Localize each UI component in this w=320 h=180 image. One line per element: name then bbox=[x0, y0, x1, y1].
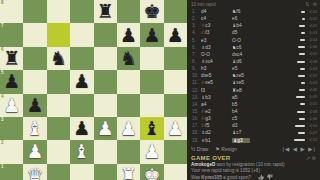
square-b5[interactable] bbox=[23, 70, 46, 93]
square-h2[interactable] bbox=[164, 140, 187, 163]
move-time-text: 0:08 bbox=[307, 60, 317, 64]
move-number: 4. bbox=[192, 30, 201, 35]
move-time-text: 0:03 bbox=[307, 81, 317, 85]
rank-label-3: 3 bbox=[1, 117, 4, 122]
move-time-bar bbox=[297, 111, 305, 113]
square-f4[interactable] bbox=[117, 94, 140, 117]
square-h8[interactable] bbox=[164, 0, 187, 23]
move-number: 6. bbox=[192, 45, 201, 50]
move-black[interactable]: ♝g3 bbox=[232, 138, 250, 143]
square-d8[interactable] bbox=[70, 0, 93, 23]
black-pawn: ♟ bbox=[117, 23, 140, 46]
move-black[interactable]: ♞c6 bbox=[232, 45, 263, 50]
square-d5[interactable]: ♟ bbox=[70, 70, 93, 93]
move-time-bar bbox=[298, 75, 305, 77]
rank-label-5: 5 bbox=[1, 70, 4, 75]
move-time-text: 0:07 bbox=[307, 74, 317, 78]
move-time-bar bbox=[300, 39, 305, 41]
square-b6[interactable] bbox=[23, 47, 46, 70]
move-white[interactable]: e3 bbox=[201, 38, 232, 43]
opponent-name: Kymo105 bbox=[201, 175, 221, 180]
square-a1[interactable]: 1 bbox=[0, 164, 23, 180]
move-time-bar bbox=[294, 139, 305, 141]
square-d1[interactable] bbox=[70, 164, 93, 180]
black-bishop: ♝ bbox=[140, 117, 163, 140]
square-g5[interactable] bbox=[140, 70, 163, 93]
rank-label-7: 7 bbox=[1, 23, 4, 28]
move-number: 16. bbox=[192, 116, 201, 121]
square-d6[interactable] bbox=[70, 47, 93, 70]
square-b8[interactable] bbox=[23, 0, 46, 23]
move-black[interactable]: b4 bbox=[232, 109, 263, 114]
rank-label-1: 1 bbox=[1, 164, 4, 169]
square-c1[interactable] bbox=[47, 164, 70, 180]
move-row: 13.♗b3a50:09 bbox=[187, 94, 320, 101]
game-type-label: 10 min rapid bbox=[191, 2, 216, 7]
move-time: 0:07 bbox=[298, 131, 317, 135]
square-g4[interactable] bbox=[140, 94, 163, 117]
move-number: 2. bbox=[192, 16, 201, 21]
square-g8[interactable]: ♚ bbox=[140, 0, 163, 23]
square-e6[interactable] bbox=[94, 47, 117, 70]
square-a6[interactable]: 6♜ bbox=[0, 47, 23, 70]
white-pawn: ♟ bbox=[164, 117, 187, 140]
square-a7[interactable]: 7 bbox=[0, 23, 23, 46]
move-number: 12. bbox=[192, 88, 201, 93]
nav-last-icon[interactable]: ▶| bbox=[308, 146, 316, 152]
flag-icon: ⚑ bbox=[215, 146, 219, 152]
move-time-text: 0:06 bbox=[307, 117, 317, 121]
move-number: 1. bbox=[192, 9, 201, 14]
move-time-text: 0:01 bbox=[307, 10, 317, 14]
thumbs-down-icon[interactable] bbox=[267, 174, 273, 180]
move-white[interactable]: dxe5 bbox=[201, 73, 232, 78]
move-time: 0:05 bbox=[299, 52, 317, 56]
square-h4[interactable] bbox=[164, 94, 187, 117]
square-e4[interactable] bbox=[94, 94, 117, 117]
move-time-bar bbox=[301, 82, 305, 84]
move-white[interactable]: ♗d2 bbox=[201, 130, 232, 135]
gear-icon[interactable]: ⚙ bbox=[313, 1, 317, 7]
move-row: 9.h3e50:04 bbox=[187, 65, 320, 72]
black-king: ♚ bbox=[140, 0, 163, 23]
square-c5[interactable] bbox=[47, 70, 70, 93]
move-row: 16.♘g3c50:06 bbox=[187, 115, 320, 122]
resign-button[interactable]: ⚑ Resign bbox=[215, 146, 237, 152]
square-e8[interactable]: ♜ bbox=[94, 0, 117, 23]
square-h6[interactable] bbox=[164, 47, 187, 70]
share-icon[interactable]: ↗ bbox=[306, 155, 310, 161]
sport-vote bbox=[255, 174, 273, 180]
move-time-bar bbox=[299, 25, 305, 27]
square-e5[interactable] bbox=[94, 70, 117, 93]
square-a8[interactable]: 8 bbox=[0, 0, 23, 23]
move-black[interactable]: d5 bbox=[232, 30, 263, 35]
square-c7[interactable] bbox=[47, 23, 70, 46]
move-time-text: 0:04 bbox=[307, 38, 317, 42]
game-over-title: GAME OVER bbox=[191, 155, 230, 161]
white-king: ♚ bbox=[140, 164, 163, 180]
move-number: 18. bbox=[192, 130, 201, 135]
move-time-text: 0:09 bbox=[307, 95, 317, 99]
move-time: 0:06 bbox=[298, 45, 317, 49]
move-number: 10. bbox=[192, 73, 201, 78]
move-time-bar bbox=[298, 132, 305, 134]
square-b4[interactable]: ♟ bbox=[23, 94, 46, 117]
move-time-text: 0:06 bbox=[307, 45, 317, 49]
black-knight: ♞ bbox=[117, 47, 140, 70]
move-row: 10.dxe5♞xe50:07 bbox=[187, 72, 320, 79]
move-time: 0:03 bbox=[301, 31, 317, 35]
black-pawn: ♟ bbox=[70, 117, 93, 140]
move-white[interactable]: h3 bbox=[201, 66, 232, 71]
draw-icon: ½ bbox=[191, 146, 195, 152]
move-time-bar bbox=[299, 118, 305, 120]
move-navigation: |◀ ◀ ▶ ▶| bbox=[283, 146, 316, 152]
move-time-text: 0:05 bbox=[307, 24, 317, 28]
square-a2[interactable]: 2 bbox=[0, 140, 23, 163]
resign-label: Resign bbox=[221, 146, 237, 152]
move-row: 12.f3♜e80:06 bbox=[187, 87, 320, 94]
rank-label-4: 4 bbox=[1, 94, 4, 99]
square-e7[interactable] bbox=[94, 23, 117, 46]
move-row: 14.a4b50:05 bbox=[187, 101, 320, 108]
black-pawn: ♟ bbox=[164, 23, 187, 46]
white-queen: ♛ bbox=[23, 164, 46, 180]
draw-label: Draw bbox=[197, 146, 209, 152]
winner-name: AmokogeD bbox=[191, 162, 215, 167]
move-number: 5. bbox=[192, 38, 201, 43]
white-pawn: ♟ bbox=[140, 140, 163, 163]
move-number: 15. bbox=[192, 109, 201, 114]
move-black[interactable]: a5 bbox=[232, 95, 263, 100]
rank-label-6: 6 bbox=[1, 47, 4, 52]
move-number: 19. bbox=[192, 138, 201, 143]
move-time-bar bbox=[302, 18, 305, 20]
move-number: 9. bbox=[192, 66, 201, 71]
move-time: 0:08 bbox=[297, 110, 317, 114]
move-time: 0:07 bbox=[298, 74, 317, 78]
move-black[interactable]: ♞xe5 bbox=[232, 73, 263, 78]
move-time-text: 0:06 bbox=[307, 88, 317, 92]
app-window: { "game": "chess", "position": { "fen": … bbox=[0, 0, 320, 180]
move-time-bar bbox=[299, 53, 305, 55]
move-row: 7.O-Odxc40:05 bbox=[187, 51, 320, 58]
move-time: 0:04 bbox=[300, 67, 317, 71]
square-e1[interactable] bbox=[94, 164, 117, 180]
square-d3[interactable]: ♟ bbox=[70, 117, 93, 140]
square-d2[interactable]: ♝ bbox=[70, 140, 93, 163]
square-e2[interactable] bbox=[94, 140, 117, 163]
square-c3[interactable] bbox=[47, 117, 70, 140]
white-pawn: ♟ bbox=[117, 117, 140, 140]
square-h7[interactable]: ♟ bbox=[164, 23, 187, 46]
move-white[interactable]: ♘f3 bbox=[201, 30, 232, 35]
move-row: 8.♗xc4♝d60:08 bbox=[187, 58, 320, 65]
move-black[interactable]: ♜e8 bbox=[232, 88, 263, 93]
move-time: 0:01 bbox=[301, 10, 317, 14]
square-a3[interactable]: 3 bbox=[0, 117, 23, 140]
white-pawn: ♟ bbox=[94, 117, 117, 140]
square-a5[interactable]: 5♟ bbox=[0, 70, 23, 93]
sport-question: Was Kymo105 a good sport? bbox=[191, 175, 251, 180]
draw-button[interactable]: ½ Draw bbox=[191, 146, 208, 152]
white-pawn: ♟ bbox=[23, 140, 46, 163]
move-white[interactable]: ♘e2 bbox=[201, 109, 232, 114]
move-time: 0:02 bbox=[302, 17, 317, 21]
game-over-icons: ↗ ⚙ bbox=[306, 155, 316, 161]
move-row: 18.♗d2♝c70:07 bbox=[187, 129, 320, 136]
game-controls: ½ Draw ⚑ Resign |◀ ◀ ▶ ▶| bbox=[187, 144, 320, 153]
move-black[interactable]: O-O bbox=[232, 38, 263, 43]
square-c8[interactable] bbox=[47, 0, 70, 23]
move-time-bar bbox=[301, 32, 305, 34]
move-time-text: 0:04 bbox=[307, 67, 317, 71]
move-list[interactable]: 1.d4♞f60:012.c4e60:023.♘c3♝b40:054.♘f3d5… bbox=[187, 7, 320, 144]
move-time: 0:06 bbox=[299, 88, 317, 92]
nav-next-icon[interactable]: ▶ bbox=[301, 146, 306, 152]
move-row: 17.♘f5d30:10 bbox=[187, 122, 320, 129]
result-text: won by resignation (10 min rapid) bbox=[215, 162, 284, 167]
move-number: 13. bbox=[192, 95, 201, 100]
square-h1[interactable] bbox=[164, 164, 187, 180]
black-pawn: ♟ bbox=[23, 94, 46, 117]
move-time: 0:04 bbox=[300, 38, 317, 42]
white-bishop: ♝ bbox=[23, 117, 46, 140]
move-time: 0:05 bbox=[299, 24, 317, 28]
move-time: 0:12 bbox=[294, 138, 317, 142]
black-knight: ♞ bbox=[47, 47, 70, 70]
move-time: 0:03 bbox=[301, 81, 317, 85]
move-row: 2.c4e60:02 bbox=[187, 15, 320, 22]
side-panel: 10 min rapid ⇅ ⚙ 1.d4♞f60:012.c4e60:023.… bbox=[187, 0, 320, 180]
square-c4[interactable] bbox=[47, 94, 70, 117]
move-time: 0:09 bbox=[296, 95, 317, 99]
move-time: 0:10 bbox=[295, 124, 317, 128]
move-row: 15.♘e2b40:08 bbox=[187, 108, 320, 115]
move-time-bar bbox=[297, 61, 305, 63]
square-b7[interactable] bbox=[23, 23, 46, 46]
move-row: 11.♘xe5♝xe50:03 bbox=[187, 79, 320, 86]
move-time-text: 0:10 bbox=[307, 124, 317, 128]
move-row: 19.♕b1♝g30:12 bbox=[187, 137, 320, 144]
panel-header: 10 min rapid ⇅ ⚙ bbox=[187, 0, 320, 7]
move-row: 4.♘f3d50:03 bbox=[187, 29, 320, 36]
black-pawn: ♟ bbox=[70, 70, 93, 93]
square-f5[interactable] bbox=[117, 70, 140, 93]
move-black[interactable]: c5 bbox=[232, 116, 263, 121]
move-row: 3.♘c3♝b40:05 bbox=[187, 22, 320, 29]
flip-board-icon[interactable]: ⇅ bbox=[305, 1, 309, 7]
square-f8[interactable] bbox=[117, 0, 140, 23]
move-time-bar bbox=[298, 46, 305, 48]
move-white[interactable]: ♕b1 bbox=[201, 138, 232, 143]
move-black[interactable]: e5 bbox=[232, 66, 263, 71]
move-white[interactable]: ♗xc4 bbox=[201, 59, 232, 64]
rank-label-8: 8 bbox=[1, 0, 4, 5]
nav-prev-icon[interactable]: ◀ bbox=[293, 146, 298, 152]
move-time-bar bbox=[301, 11, 305, 13]
square-f7[interactable]: ♟ bbox=[117, 23, 140, 46]
move-white[interactable]: ♗d3 bbox=[201, 45, 232, 50]
move-white[interactable]: d4 bbox=[201, 9, 232, 14]
square-b1[interactable]: ♛ bbox=[23, 164, 46, 180]
white-rook: ♜ bbox=[117, 164, 140, 180]
move-number: 14. bbox=[192, 102, 201, 107]
move-row: 6.♗d3♞c60:06 bbox=[187, 44, 320, 51]
move-time-text: 0:07 bbox=[307, 131, 317, 135]
move-white[interactable]: ♘c3 bbox=[201, 23, 232, 28]
square-e3[interactable]: ♟ bbox=[94, 117, 117, 140]
move-black[interactable]: e6 bbox=[232, 16, 263, 21]
move-black[interactable]: d3 bbox=[232, 123, 263, 128]
move-white[interactable]: f3 bbox=[201, 88, 232, 93]
move-white[interactable]: ♗b3 bbox=[201, 95, 232, 100]
move-black[interactable]: ♞f6 bbox=[232, 9, 263, 14]
move-time-text: 0:02 bbox=[307, 17, 317, 21]
square-b3[interactable]: ♝ bbox=[23, 117, 46, 140]
good-sport-row: Was Kymo105 a good sport? bbox=[187, 173, 320, 180]
move-black[interactable]: b5 bbox=[232, 102, 263, 107]
analysis-gear-icon[interactable]: ⚙ bbox=[312, 155, 316, 161]
white-bishop: ♝ bbox=[70, 140, 93, 163]
move-row: 5.e3O-O0:04 bbox=[187, 37, 320, 44]
move-number: 7. bbox=[192, 52, 201, 57]
black-pawn: ♟ bbox=[140, 23, 163, 46]
move-time-bar bbox=[300, 103, 305, 105]
square-f1[interactable]: ♜ bbox=[117, 164, 140, 180]
nav-first-icon[interactable]: |◀ bbox=[283, 146, 291, 152]
square-c6[interactable]: ♞ bbox=[47, 47, 70, 70]
move-time-text: 0:08 bbox=[307, 110, 317, 114]
move-number: 17. bbox=[192, 123, 201, 128]
move-number: 3. bbox=[192, 23, 201, 28]
square-b2[interactable]: ♟ bbox=[23, 140, 46, 163]
move-black[interactable]: ♝xe5 bbox=[232, 80, 263, 85]
move-black[interactable]: ♝d6 bbox=[232, 59, 263, 64]
move-time-text: 0:05 bbox=[307, 52, 317, 56]
square-a4[interactable]: 4♟ bbox=[0, 94, 23, 117]
move-white[interactable]: O-O bbox=[201, 52, 232, 57]
chess-board[interactable]: 8♜♚7♟♟♟6♜♞♞5♟♟4♟♟3♝♟♟♟♝♟2♟♝♟1♛♜♚ bbox=[0, 0, 187, 180]
move-white[interactable]: c4 bbox=[201, 16, 232, 21]
thumbs-up-icon[interactable] bbox=[258, 174, 264, 180]
game-over-header: GAME OVER ↗ ⚙ bbox=[187, 153, 320, 162]
move-time: 0:06 bbox=[299, 117, 317, 121]
square-d7[interactable] bbox=[70, 23, 93, 46]
square-g7[interactable]: ♟ bbox=[140, 23, 163, 46]
move-black[interactable]: ♝b4 bbox=[232, 23, 263, 28]
move-time: 0:08 bbox=[297, 60, 317, 64]
move-number: 11. bbox=[192, 80, 201, 85]
square-h5[interactable] bbox=[164, 70, 187, 93]
square-f3[interactable]: ♟ bbox=[117, 117, 140, 140]
move-white[interactable]: a4 bbox=[201, 102, 232, 107]
move-time-text: 0:05 bbox=[307, 102, 317, 106]
move-time-text: 0:03 bbox=[307, 31, 317, 35]
move-time-bar bbox=[295, 125, 305, 127]
square-g6[interactable] bbox=[140, 47, 163, 70]
move-white[interactable]: ♘xe5 bbox=[201, 80, 232, 85]
square-f2[interactable] bbox=[117, 140, 140, 163]
square-g2[interactable]: ♟ bbox=[140, 140, 163, 163]
move-time-bar bbox=[296, 96, 305, 98]
move-black[interactable]: ♝c7 bbox=[232, 130, 263, 135]
move-number: 8. bbox=[192, 59, 201, 64]
move-white[interactable]: ♘f5 bbox=[201, 123, 232, 128]
move-white[interactable]: ♘g3 bbox=[201, 116, 232, 121]
rank-label-2: 2 bbox=[1, 140, 4, 145]
square-f6[interactable]: ♞ bbox=[117, 47, 140, 70]
move-black[interactable]: dxc4 bbox=[232, 52, 263, 57]
square-c2[interactable] bbox=[47, 140, 70, 163]
move-time-bar bbox=[299, 89, 305, 91]
move-time-text: 0:12 bbox=[307, 138, 317, 142]
square-h3[interactable]: ♟ bbox=[164, 117, 187, 140]
black-rook: ♜ bbox=[94, 0, 117, 23]
move-time: 0:05 bbox=[300, 102, 317, 106]
square-d4[interactable] bbox=[70, 94, 93, 117]
move-row: 1.d4♞f60:01 bbox=[187, 8, 320, 15]
move-time-bar bbox=[300, 68, 305, 70]
square-g3[interactable]: ♝ bbox=[140, 117, 163, 140]
square-g1[interactable]: ♚ bbox=[140, 164, 163, 180]
